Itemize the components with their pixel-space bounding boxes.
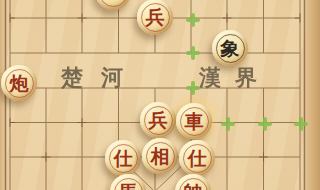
piece-glyph: 馬 [110, 174, 146, 190]
piece-glyph: 兵 [137, 0, 173, 35]
xiangqi-board-screen: 楚河 漢界 兵象炮兵車仕相仕馬帥 [0, 0, 320, 190]
piece-red-soldier-center[interactable]: 兵 [140, 102, 176, 138]
piece-unidentified-cut-piece[interactable] [95, 0, 131, 10]
piece-black-elephant[interactable]: 象 [212, 30, 248, 66]
piece-glyph: 炮 [1, 65, 37, 101]
piece-glyph: 相 [142, 138, 178, 174]
piece-red-elephant-center[interactable]: 相 [142, 138, 178, 174]
piece-red-soldier-advanced[interactable]: 兵 [137, 0, 173, 35]
piece-glyph: 帥 [175, 174, 211, 190]
piece-glyph: 車 [176, 103, 212, 139]
pieces-layer: 兵象炮兵車仕相仕馬帥 [0, 0, 320, 190]
piece-red-cannon[interactable]: 炮 [1, 65, 37, 101]
piece-glyph: 仕 [105, 140, 141, 176]
piece-red-advisor-right[interactable]: 仕 [179, 140, 215, 176]
piece-glyph: 兵 [140, 102, 176, 138]
piece-red-chariot[interactable]: 車 [176, 103, 212, 139]
piece-red-advisor-left[interactable]: 仕 [105, 140, 141, 176]
piece-glyph: 象 [212, 30, 248, 66]
piece-glyph: 仕 [179, 140, 215, 176]
piece-red-general-cut[interactable]: 帥 [175, 174, 211, 190]
piece-red-horse-cut[interactable]: 馬 [110, 174, 146, 190]
